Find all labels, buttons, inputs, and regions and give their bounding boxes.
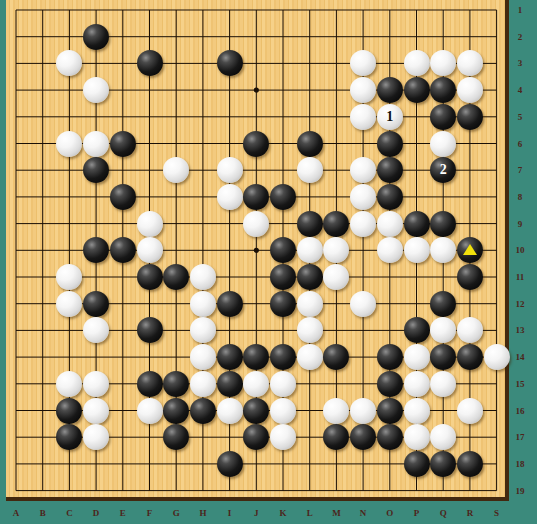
black-stone-O17[interactable]	[377, 424, 403, 450]
row-label-16: 16	[507, 404, 533, 418]
column-label-D: D	[86, 505, 106, 521]
black-stone-P13[interactable]	[404, 317, 430, 343]
white-stone-O10[interactable]	[377, 237, 403, 263]
white-stone-K16[interactable]	[270, 398, 296, 424]
column-label-R: R	[460, 505, 480, 521]
black-stone-I15[interactable]	[217, 371, 243, 397]
black-stone-O16[interactable]	[377, 398, 403, 424]
black-stone-E8[interactable]	[110, 184, 136, 210]
white-stone-K17[interactable]	[270, 424, 296, 450]
white-stone-H12[interactable]	[190, 291, 216, 317]
white-stone-L12[interactable]	[297, 291, 323, 317]
white-stone-I7[interactable]	[217, 157, 243, 183]
row-label-9: 9	[507, 217, 533, 231]
white-stone-P17[interactable]	[404, 424, 430, 450]
black-stone-G16[interactable]	[163, 398, 189, 424]
row-label-2: 2	[507, 30, 533, 44]
white-stone-H14[interactable]	[190, 344, 216, 370]
column-label-B: B	[33, 505, 53, 521]
white-stone-P16[interactable]	[404, 398, 430, 424]
white-stone-F16[interactable]	[137, 398, 163, 424]
white-stone-P15[interactable]	[404, 371, 430, 397]
white-stone-Q6[interactable]	[430, 131, 456, 157]
white-stone-R4[interactable]	[457, 77, 483, 103]
white-stone-O9[interactable]	[377, 211, 403, 237]
black-stone-K8[interactable]	[270, 184, 296, 210]
black-stone-D2[interactable]	[83, 24, 109, 50]
column-label-H: H	[193, 505, 213, 521]
row-label-7: 7	[507, 163, 533, 177]
column-label-M: M	[326, 505, 346, 521]
column-label-G: G	[166, 505, 186, 521]
white-stone-L13[interactable]	[297, 317, 323, 343]
white-stone-L7[interactable]	[297, 157, 323, 183]
black-stone-J6[interactable]	[243, 131, 269, 157]
black-stone-O14[interactable]	[377, 344, 403, 370]
row-label-5: 5	[507, 110, 533, 124]
black-stone-F11[interactable]	[137, 264, 163, 290]
white-stone-D6[interactable]	[83, 131, 109, 157]
white-stone-F9[interactable]	[137, 211, 163, 237]
black-stone-R5[interactable]	[457, 104, 483, 130]
black-stone-R10[interactable]	[457, 237, 483, 263]
column-label-K: K	[273, 505, 293, 521]
black-stone-O4[interactable]	[377, 77, 403, 103]
black-stone-O8[interactable]	[377, 184, 403, 210]
go-board[interactable]: 12	[6, 0, 509, 501]
white-stone-M16[interactable]	[323, 398, 349, 424]
white-stone-H11[interactable]	[190, 264, 216, 290]
black-stone-R14[interactable]	[457, 344, 483, 370]
black-stone-F3[interactable]	[137, 50, 163, 76]
black-stone-L11[interactable]	[297, 264, 323, 290]
black-stone-R18[interactable]	[457, 451, 483, 477]
black-stone-H16[interactable]	[190, 398, 216, 424]
black-stone-L9[interactable]	[297, 211, 323, 237]
column-label-Q: Q	[433, 505, 453, 521]
black-stone-M9[interactable]	[323, 211, 349, 237]
row-label-18: 18	[507, 457, 533, 471]
black-stone-O6[interactable]	[377, 131, 403, 157]
row-label-3: 3	[507, 56, 533, 70]
black-stone-F15[interactable]	[137, 371, 163, 397]
black-stone-K14[interactable]	[270, 344, 296, 370]
column-label-O: O	[380, 505, 400, 521]
white-stone-N16[interactable]	[350, 398, 376, 424]
row-label-12: 12	[507, 297, 533, 311]
white-stone-S14[interactable]	[484, 344, 510, 370]
black-stone-E10[interactable]	[110, 237, 136, 263]
black-stone-O15[interactable]	[377, 371, 403, 397]
black-stone-O7[interactable]	[377, 157, 403, 183]
row-label-19: 19	[507, 484, 533, 498]
black-stone-D12[interactable]	[83, 291, 109, 317]
white-stone-J9[interactable]	[243, 211, 269, 237]
black-stone-K12[interactable]	[270, 291, 296, 317]
white-stone-I8[interactable]	[217, 184, 243, 210]
white-stone-J15[interactable]	[243, 371, 269, 397]
white-stone-K15[interactable]	[270, 371, 296, 397]
black-stone-P4[interactable]	[404, 77, 430, 103]
row-label-15: 15	[507, 377, 533, 391]
white-stone-L14[interactable]	[297, 344, 323, 370]
white-stone-D16[interactable]	[83, 398, 109, 424]
black-stone-E6[interactable]	[110, 131, 136, 157]
column-label-A: A	[6, 505, 26, 521]
white-stone-P3[interactable]	[404, 50, 430, 76]
white-stone-N9[interactable]	[350, 211, 376, 237]
white-stone-P14[interactable]	[404, 344, 430, 370]
black-stone-P9[interactable]	[404, 211, 430, 237]
black-stone-P18[interactable]	[404, 451, 430, 477]
column-label-C: C	[59, 505, 79, 521]
row-label-14: 14	[507, 350, 533, 364]
row-label-8: 8	[507, 190, 533, 204]
row-label-6: 6	[507, 137, 533, 151]
row-label-17: 17	[507, 430, 533, 444]
white-stone-R16[interactable]	[457, 398, 483, 424]
column-label-S: S	[487, 505, 507, 521]
black-stone-R11[interactable]	[457, 264, 483, 290]
white-stone-P10[interactable]	[404, 237, 430, 263]
black-stone-L6[interactable]	[297, 131, 323, 157]
row-label-4: 4	[507, 83, 533, 97]
white-stone-Q15[interactable]	[430, 371, 456, 397]
white-stone-N8[interactable]	[350, 184, 376, 210]
go-board-viewer: 12 ABCDEFGHIJKLMNOPQRS123456789101112131…	[0, 0, 537, 524]
white-stone-O5[interactable]: 1	[377, 104, 403, 130]
black-stone-Q9[interactable]	[430, 211, 456, 237]
black-stone-I3[interactable]	[217, 50, 243, 76]
row-label-1: 1	[507, 3, 533, 17]
column-label-I: I	[220, 505, 240, 521]
row-label-10: 10	[507, 243, 533, 257]
move-number-label: 1	[377, 104, 403, 130]
black-stone-Q12[interactable]	[430, 291, 456, 317]
white-stone-C6[interactable]	[56, 131, 82, 157]
white-stone-N12[interactable]	[350, 291, 376, 317]
column-label-F: F	[140, 505, 160, 521]
column-label-E: E	[113, 505, 133, 521]
white-stone-D4[interactable]	[83, 77, 109, 103]
white-stone-I16[interactable]	[217, 398, 243, 424]
triangle-marker-icon	[463, 244, 477, 255]
white-stone-N4[interactable]	[350, 77, 376, 103]
black-stone-F13[interactable]	[137, 317, 163, 343]
black-stone-Q5[interactable]	[430, 104, 456, 130]
black-stone-Q18[interactable]	[430, 451, 456, 477]
row-label-13: 13	[507, 323, 533, 337]
black-stone-I14[interactable]	[217, 344, 243, 370]
white-stone-F10[interactable]	[137, 237, 163, 263]
black-stone-K11[interactable]	[270, 264, 296, 290]
column-label-L: L	[300, 505, 320, 521]
black-stone-G11[interactable]	[163, 264, 189, 290]
black-stone-G15[interactable]	[163, 371, 189, 397]
row-label-11: 11	[507, 270, 533, 284]
black-stone-C16[interactable]	[56, 398, 82, 424]
white-stone-N5[interactable]	[350, 104, 376, 130]
column-label-P: P	[407, 505, 427, 521]
black-stone-I12[interactable]	[217, 291, 243, 317]
white-stone-H15[interactable]	[190, 371, 216, 397]
black-stone-I18[interactable]	[217, 451, 243, 477]
column-label-N: N	[353, 505, 373, 521]
black-stone-J8[interactable]	[243, 184, 269, 210]
black-stone-J16[interactable]	[243, 398, 269, 424]
white-stone-C12[interactable]	[56, 291, 82, 317]
white-stone-L10[interactable]	[297, 237, 323, 263]
column-label-J: J	[246, 505, 266, 521]
white-stone-D15[interactable]	[83, 371, 109, 397]
white-stone-C15[interactable]	[56, 371, 82, 397]
